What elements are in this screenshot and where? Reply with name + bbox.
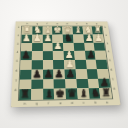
square-c3[interactable] xyxy=(73,43,84,52)
photo-background: hgfedcba hgfedcba 12345678 12345678 ♜♞♝♚… xyxy=(0,0,128,128)
square-g4[interactable] xyxy=(32,51,43,60)
board-mat: hgfedcba hgfedcba 12345678 12345678 ♜♞♝♚… xyxy=(11,21,121,107)
black-pawn-e6[interactable]: ♟ xyxy=(54,68,65,79)
square-a5[interactable] xyxy=(96,60,108,69)
file-labels-bottom: hgfedcba xyxy=(19,101,113,106)
square-e1[interactable]: ♚ xyxy=(52,27,62,35)
square-f8[interactable]: ♝ xyxy=(43,89,55,100)
square-g7[interactable] xyxy=(31,79,43,89)
white-pawn-h2[interactable]: ♟ xyxy=(21,33,32,43)
coordinate-label: d xyxy=(66,101,78,104)
square-d6[interactable]: ♟ xyxy=(64,69,76,79)
board-grid: ♜♞♝♚♛♝♞♜♟♟♟♞♟♟♟♟♟♟♟♟♟♟♟♟♜♝♚♛♝♞♜ xyxy=(19,26,112,99)
white-king-e1[interactable]: ♚ xyxy=(52,25,62,34)
white-pawn-f2[interactable]: ♟ xyxy=(42,33,52,43)
square-b4[interactable]: ♟ xyxy=(84,51,95,60)
square-a2[interactable]: ♟ xyxy=(93,34,104,42)
square-h6[interactable] xyxy=(20,70,32,80)
coordinate-label: g xyxy=(31,102,43,105)
square-f6[interactable]: ♟ xyxy=(42,69,53,79)
white-pawn-b2[interactable]: ♟ xyxy=(84,33,94,43)
coordinate-label: e xyxy=(54,102,66,105)
black-pawn-d6[interactable]: ♟ xyxy=(65,68,76,79)
square-g2[interactable]: ♟ xyxy=(32,34,42,42)
square-g3[interactable] xyxy=(32,43,43,52)
square-d8[interactable]: ♛ xyxy=(65,89,77,100)
square-b2[interactable]: ♟ xyxy=(83,34,94,42)
square-c1[interactable]: ♝ xyxy=(72,27,83,35)
black-rook-a8[interactable]: ♜ xyxy=(101,88,112,99)
square-g8[interactable] xyxy=(31,89,43,100)
black-pawn-h4[interactable]: ♟ xyxy=(21,50,32,60)
white-pawn-g2[interactable]: ♟ xyxy=(32,33,43,43)
square-c6[interactable] xyxy=(75,69,87,79)
square-g6[interactable]: ♟ xyxy=(31,69,42,79)
coordinate-label: h xyxy=(19,102,31,105)
coordinate-label: 2 xyxy=(104,34,109,42)
square-f4[interactable] xyxy=(42,51,53,60)
square-h4[interactable]: ♟ xyxy=(21,51,32,60)
coordinate-label: b xyxy=(89,101,101,104)
black-king-e8[interactable]: ♚ xyxy=(54,88,66,99)
black-knight-d2[interactable]: ♞ xyxy=(63,33,73,43)
square-e8[interactable]: ♚ xyxy=(54,89,66,100)
square-a4[interactable] xyxy=(95,51,107,60)
square-e6[interactable]: ♟ xyxy=(54,69,65,79)
coordinate-label: c xyxy=(78,101,90,104)
square-f2[interactable]: ♟ xyxy=(42,34,52,42)
square-a8[interactable]: ♜ xyxy=(99,88,112,98)
black-pawn-g6[interactable]: ♟ xyxy=(31,69,42,80)
coordinate-label: a xyxy=(101,101,113,104)
square-e4[interactable] xyxy=(53,51,64,60)
coordinate-label: f xyxy=(43,102,55,105)
black-bishop-f8[interactable]: ♝ xyxy=(43,88,55,99)
square-h8[interactable]: ♜ xyxy=(19,89,31,100)
black-pawn-b4[interactable]: ♟ xyxy=(85,50,96,60)
square-e3[interactable]: ♟ xyxy=(53,43,64,52)
square-b8[interactable]: ♞ xyxy=(88,88,100,98)
chess-board: hgfedcba hgfedcba 12345678 12345678 ♜♞♝♚… xyxy=(11,21,121,107)
white-pawn-a2[interactable]: ♟ xyxy=(94,33,104,43)
square-h2[interactable]: ♟ xyxy=(21,35,32,43)
coordinate-label: 8 xyxy=(112,88,118,98)
white-pawn-e3[interactable]: ♟ xyxy=(53,41,64,51)
square-d2[interactable]: ♞ xyxy=(63,34,74,42)
black-bishop-c8[interactable]: ♝ xyxy=(78,88,90,99)
black-rook-h8[interactable]: ♜ xyxy=(19,89,31,100)
black-pawn-f6[interactable]: ♟ xyxy=(42,68,53,79)
square-c8[interactable]: ♝ xyxy=(77,88,89,99)
white-bishop-c1[interactable]: ♝ xyxy=(73,25,83,34)
square-b6[interactable] xyxy=(86,69,98,79)
black-queen-d8[interactable]: ♛ xyxy=(66,88,78,99)
square-h5[interactable] xyxy=(20,60,31,69)
square-f3[interactable] xyxy=(42,43,53,52)
coordinate-label: 8 xyxy=(13,89,18,100)
black-knight-b8[interactable]: ♞ xyxy=(89,88,101,99)
